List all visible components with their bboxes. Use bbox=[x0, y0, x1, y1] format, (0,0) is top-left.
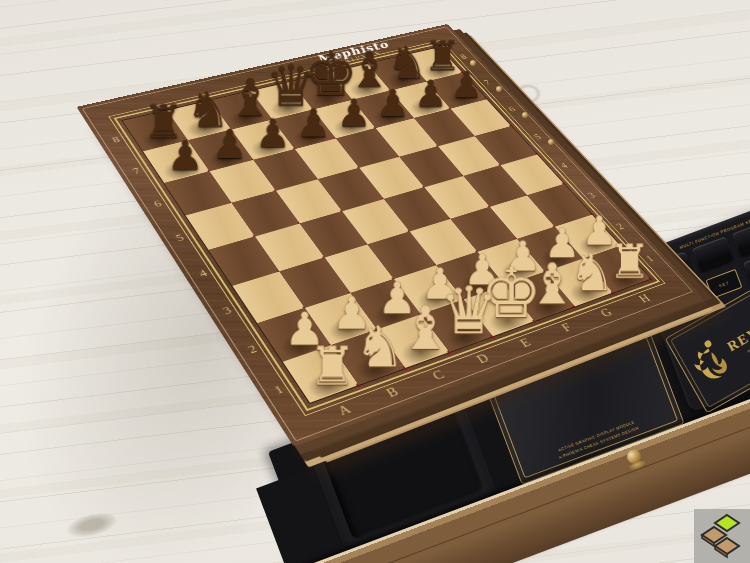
hinge-screw-icon bbox=[496, 86, 502, 92]
module-name: REVELATION bbox=[725, 287, 750, 354]
diamond-tiles-icon bbox=[699, 513, 745, 559]
board-perspective-wrapper: Mephisto EXCLUSIVE 87654321 87654321 ABC… bbox=[154, 0, 614, 429]
playing-area: ♜♞♝♛♚♝♞♜♟♟♟♟♟♟♟♟♟♟♟♟♟♟♟♟♜♞♝♛♚♝♞♜ bbox=[122, 47, 652, 404]
piece-black-pawn-a7[interactable]: ♟ bbox=[146, 137, 224, 175]
hinge-screw-icon bbox=[522, 112, 528, 118]
phoenix-logo-icon bbox=[681, 332, 738, 393]
hinge-screw-icon bbox=[470, 60, 476, 66]
panel-key-5[interactable] bbox=[742, 251, 750, 286]
chess-board: Mephisto EXCLUSIVE 87654321 87654321 ABC… bbox=[77, 24, 699, 447]
square-e4[interactable] bbox=[384, 187, 450, 231]
watermark-logo bbox=[694, 509, 750, 563]
piece-white-rook-a1[interactable]: ♜ bbox=[288, 341, 377, 390]
module-subtitle: PHOENIX CHESS SYSTEMS bbox=[746, 310, 750, 353]
scene: ACTIVE GRAPHIC DISPLAY MODULE A PHOENIX … bbox=[0, 0, 750, 563]
hinge-screw-icon bbox=[548, 139, 554, 145]
panel-key-center[interactable]: SET bbox=[706, 269, 742, 299]
